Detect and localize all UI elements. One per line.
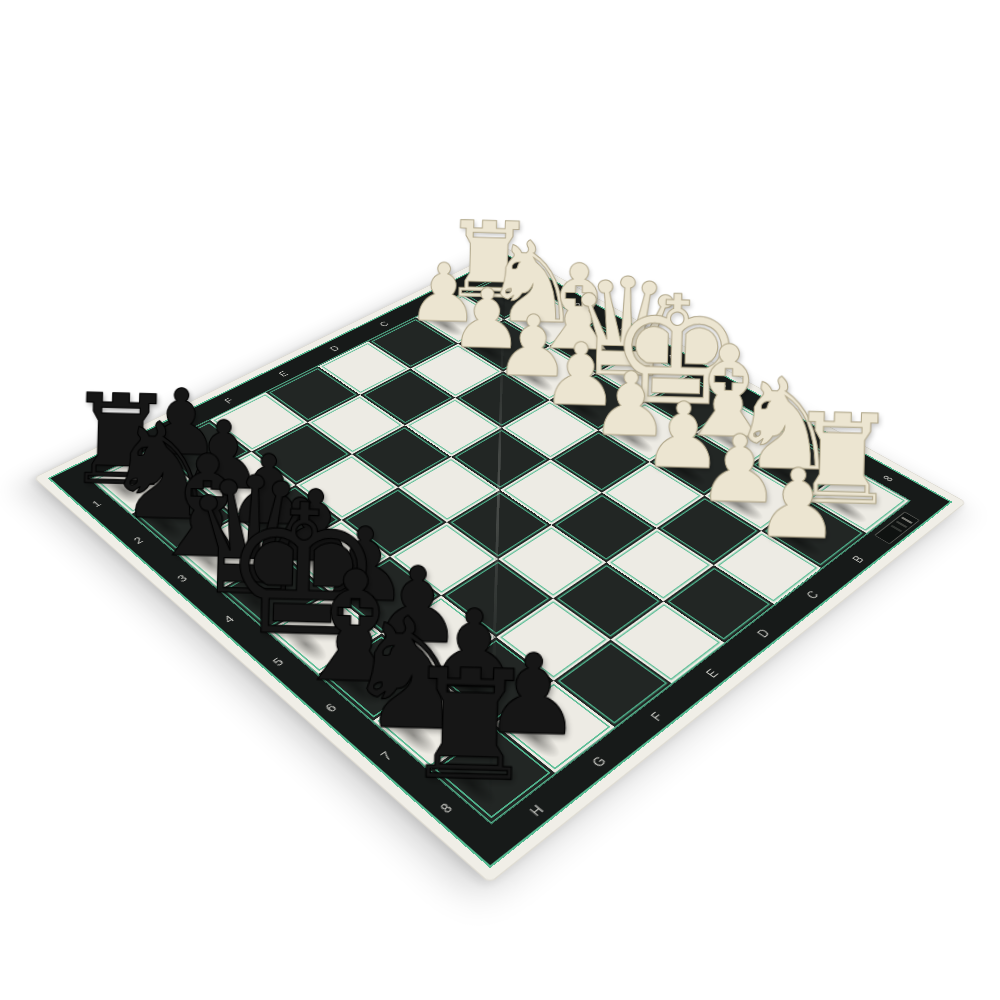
board-scene: ♜♞♝♛♚♝♞♜♟♟♟♟♟♟♟♟♟♟♟♟♟♟♟♟♜♞♝♛♚♝♞♜ 11AA22B… bbox=[170, 160, 830, 820]
file-label-left-E: E bbox=[276, 370, 290, 378]
file-label-left-C: C bbox=[377, 320, 391, 328]
board-border-band: ♜♞♝♛♚♝♞♜♟♟♟♟♟♟♟♟♟♟♟♟♟♟♟♟♜♞♝♛♚♝♞♜ 11AA22B… bbox=[48, 254, 953, 868]
square-H8[interactable]: ♜ bbox=[430, 724, 555, 822]
file-label-right-B: B bbox=[850, 553, 867, 564]
file-label-right-C: C bbox=[803, 589, 821, 601]
photo-canvas: ♜♞♝♛♚♝♞♜♟♟♟♟♟♟♟♟♟♟♟♟♟♟♟♟♜♞♝♛♚♝♞♜ 11AA22B… bbox=[0, 0, 1000, 1000]
board-grid: ♜♞♝♛♚♝♞♜♟♟♟♟♟♟♟♟♟♟♟♟♟♟♟♟♜♞♝♛♚♝♞♜ bbox=[91, 273, 908, 822]
file-label-right-D: D bbox=[754, 627, 772, 640]
chess-board: ♜♞♝♛♚♝♞♜♟♟♟♟♟♟♟♟♟♟♟♟♟♟♟♟♜♞♝♛♚♝♞♜ 11AA22B… bbox=[33, 248, 966, 884]
file-label-right-F: F bbox=[648, 709, 666, 723]
rank-label-bottom-6: 6 bbox=[323, 701, 340, 714]
file-label-right-G: G bbox=[589, 754, 609, 770]
piece-black-rook[interactable]: ♜ bbox=[400, 649, 539, 804]
rank-label-bottom-7: 7 bbox=[379, 749, 396, 763]
file-label-right-E: E bbox=[703, 667, 721, 680]
file-label-right-H: H bbox=[527, 802, 547, 818]
rank-label-bottom-8: 8 bbox=[438, 801, 456, 816]
file-label-left-D: D bbox=[328, 344, 342, 352]
piece-white-pawn[interactable]: ♟ bbox=[754, 456, 842, 554]
